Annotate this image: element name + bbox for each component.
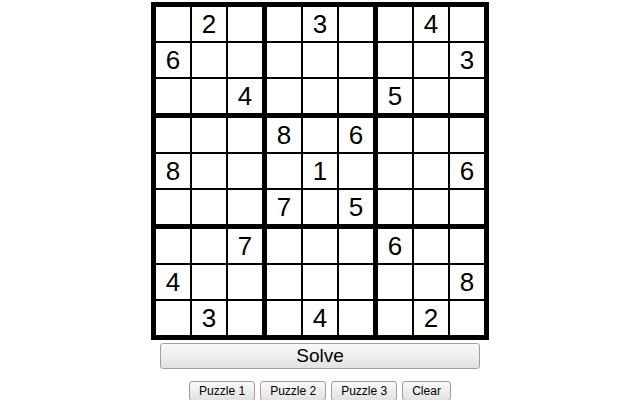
cell-r7c5[interactable]	[302, 227, 338, 265]
solve-button[interactable]: Solve	[160, 343, 480, 369]
cell-r3c9[interactable]	[449, 78, 487, 116]
cell-r2c2[interactable]	[191, 42, 227, 78]
cell-r4c1[interactable]	[154, 116, 192, 154]
cell-r5c5[interactable]: 1	[302, 153, 338, 189]
cell-r6c4[interactable]: 7	[265, 189, 303, 227]
cell-r7c7[interactable]: 6	[376, 227, 414, 265]
cell-r8c7[interactable]	[376, 264, 414, 300]
cell-r7c3[interactable]: 7	[227, 227, 265, 265]
cell-r5c1[interactable]: 8	[154, 153, 192, 189]
cell-r5c6[interactable]	[338, 153, 376, 189]
cell-r7c1[interactable]	[154, 227, 192, 265]
cell-r2c3[interactable]	[227, 42, 265, 78]
cell-r1c8[interactable]: 4	[413, 5, 449, 43]
cell-r6c7[interactable]	[376, 189, 414, 227]
cell-r8c6[interactable]	[338, 264, 376, 300]
cell-r4c6[interactable]: 6	[338, 116, 376, 154]
grid-row-4: 86	[154, 116, 487, 154]
cell-r5c9[interactable]: 6	[449, 153, 487, 189]
cell-r4c4[interactable]: 8	[265, 116, 303, 154]
cell-r3c4[interactable]	[265, 78, 303, 116]
grid-row-8: 48	[154, 264, 487, 300]
clear-button[interactable]: Clear	[402, 381, 451, 400]
cell-r7c6[interactable]	[338, 227, 376, 265]
cell-r6c1[interactable]	[154, 189, 192, 227]
cell-r9c2[interactable]: 3	[191, 300, 227, 338]
cell-r7c8[interactable]	[413, 227, 449, 265]
cell-r1c4[interactable]	[265, 5, 303, 43]
cell-r7c4[interactable]	[265, 227, 303, 265]
cell-r9c5[interactable]: 4	[302, 300, 338, 338]
cell-r1c9[interactable]	[449, 5, 487, 43]
cell-r5c4[interactable]	[265, 153, 303, 189]
cell-r6c6[interactable]: 5	[338, 189, 376, 227]
cell-r9c7[interactable]	[376, 300, 414, 338]
cell-r1c1[interactable]	[154, 5, 192, 43]
cell-r3c5[interactable]	[302, 78, 338, 116]
puzzle-2-button[interactable]: Puzzle 2	[260, 381, 326, 400]
cell-r3c8[interactable]	[413, 78, 449, 116]
cell-r5c2[interactable]	[191, 153, 227, 189]
sudoku-board: 234634586816757648342	[151, 2, 489, 340]
cell-r1c5[interactable]: 3	[302, 5, 338, 43]
cell-r4c2[interactable]	[191, 116, 227, 154]
cell-r8c4[interactable]	[265, 264, 303, 300]
cell-r8c8[interactable]	[413, 264, 449, 300]
cell-r3c3[interactable]: 4	[227, 78, 265, 116]
cell-r7c2[interactable]	[191, 227, 227, 265]
cell-r9c8[interactable]: 2	[413, 300, 449, 338]
cell-r5c3[interactable]	[227, 153, 265, 189]
cell-r8c2[interactable]	[191, 264, 227, 300]
cell-r6c3[interactable]	[227, 189, 265, 227]
cell-r4c3[interactable]	[227, 116, 265, 154]
cell-r2c6[interactable]	[338, 42, 376, 78]
sudoku-grid-body: 234634586816757648342	[154, 5, 487, 338]
cell-r4c9[interactable]	[449, 116, 487, 154]
cell-r5c8[interactable]	[413, 153, 449, 189]
cell-r2c7[interactable]	[376, 42, 414, 78]
grid-row-1: 234	[154, 5, 487, 43]
cell-r9c1[interactable]	[154, 300, 192, 338]
cell-r6c2[interactable]	[191, 189, 227, 227]
grid-row-3: 45	[154, 78, 487, 116]
puzzle-1-button[interactable]: Puzzle 1	[189, 381, 255, 400]
page: 234634586816757648342 Solve Puzzle 1 Puz…	[0, 0, 640, 400]
sudoku-app: 234634586816757648342 Solve Puzzle 1 Puz…	[0, 0, 640, 400]
grid-row-5: 816	[154, 153, 487, 189]
cell-r8c3[interactable]	[227, 264, 265, 300]
cell-r2c1[interactable]: 6	[154, 42, 192, 78]
cell-r1c7[interactable]	[376, 5, 414, 43]
cell-r6c8[interactable]	[413, 189, 449, 227]
cell-r3c1[interactable]	[154, 78, 192, 116]
cell-r3c6[interactable]	[338, 78, 376, 116]
grid-row-2: 63	[154, 42, 487, 78]
grid-row-7: 76	[154, 227, 487, 265]
cell-r3c7[interactable]: 5	[376, 78, 414, 116]
cell-r6c9[interactable]	[449, 189, 487, 227]
cell-r6c5[interactable]	[302, 189, 338, 227]
cell-r8c5[interactable]	[302, 264, 338, 300]
puzzle-3-button[interactable]: Puzzle 3	[331, 381, 397, 400]
grid-row-6: 75	[154, 189, 487, 227]
grid-row-9: 342	[154, 300, 487, 338]
cell-r7c9[interactable]	[449, 227, 487, 265]
cell-r1c2[interactable]: 2	[191, 5, 227, 43]
cell-r4c7[interactable]	[376, 116, 414, 154]
cell-r3c2[interactable]	[191, 78, 227, 116]
puzzle-button-row: Puzzle 1 Puzzle 2 Puzzle 3 Clear	[189, 381, 451, 400]
cell-r8c1[interactable]: 4	[154, 264, 192, 300]
cell-r2c9[interactable]: 3	[449, 42, 487, 78]
cell-r9c6[interactable]	[338, 300, 376, 338]
cell-r5c7[interactable]	[376, 153, 414, 189]
cell-r8c9[interactable]: 8	[449, 264, 487, 300]
cell-r1c6[interactable]	[338, 5, 376, 43]
cell-r9c4[interactable]	[265, 300, 303, 338]
cell-r2c8[interactable]	[413, 42, 449, 78]
cell-r2c5[interactable]	[302, 42, 338, 78]
cell-r9c3[interactable]	[227, 300, 265, 338]
cell-r2c4[interactable]	[265, 42, 303, 78]
cell-r9c9[interactable]	[449, 300, 487, 338]
cell-r1c3[interactable]	[227, 5, 265, 43]
cell-r4c5[interactable]	[302, 116, 338, 154]
cell-r4c8[interactable]	[413, 116, 449, 154]
